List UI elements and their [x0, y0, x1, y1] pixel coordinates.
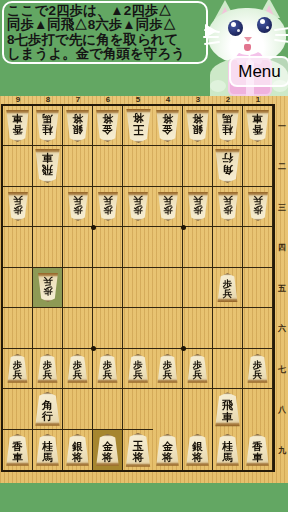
koma-sente-歩兵[interactable]: 歩兵	[247, 354, 269, 383]
rank-label-六: 六	[276, 323, 288, 334]
board-square-3五[interactable]	[183, 268, 213, 308]
board-square-5二[interactable]	[123, 146, 153, 186]
board-square-1九[interactable]: 香車	[243, 430, 273, 470]
board-square-9五[interactable]	[3, 268, 33, 308]
koma-gote-飛車[interactable]: 飛車	[34, 149, 61, 183]
board-square-4二[interactable]	[153, 146, 183, 186]
koma-sente-香車[interactable]: 香車	[245, 434, 270, 466]
board-square-8二[interactable]: 飛車	[33, 146, 63, 186]
hint-line: しまうよ。金で角頭を守ろう	[7, 47, 206, 61]
koma-gote-金将[interactable]: 金将	[95, 110, 120, 142]
board-square-2五[interactable]: 歩兵	[213, 268, 243, 308]
cat-nose-icon	[244, 37, 252, 42]
board-square-6三[interactable]: 歩兵	[93, 187, 123, 227]
koma-sente-歩兵[interactable]: 歩兵	[97, 354, 119, 383]
koma-sente-歩兵[interactable]: 歩兵	[7, 354, 29, 383]
star-point	[91, 225, 96, 230]
file-label-3: 3	[183, 96, 213, 104]
board-square-5八[interactable]	[123, 389, 153, 429]
koma-gote-歩兵[interactable]: 歩兵	[7, 192, 29, 221]
koma-gote-銀将[interactable]: 銀将	[65, 110, 90, 142]
koma-sente-玉将[interactable]: 玉将	[125, 433, 152, 467]
board-square-8五[interactable]: 歩兵	[33, 268, 63, 308]
board-square-2四[interactable]	[213, 227, 243, 267]
board-square-3三[interactable]: 歩兵	[183, 187, 213, 227]
board-square-4四[interactable]	[153, 227, 183, 267]
board-square-6二[interactable]	[93, 146, 123, 186]
board-square-2二[interactable]: 角行	[213, 146, 243, 186]
hint-line: ここで2四歩は、▲2四歩△	[7, 4, 206, 18]
board-square-7七[interactable]: 歩兵	[63, 349, 93, 389]
board-square-3四[interactable]	[183, 227, 213, 267]
koma-sente-歩兵[interactable]: 歩兵	[157, 354, 179, 383]
rank-label-一: 一	[276, 121, 288, 132]
hint-line: 8七歩打で先に角を取られて	[7, 33, 206, 47]
board-square-6一[interactable]: 金将	[93, 106, 123, 146]
board-square-4六[interactable]	[153, 308, 183, 348]
board-square-1七[interactable]: 歩兵	[243, 349, 273, 389]
board-square-9一[interactable]: 香車	[3, 106, 33, 146]
board-square-7八[interactable]	[63, 389, 93, 429]
koma-sente-歩兵[interactable]: 歩兵	[127, 354, 149, 383]
koma-sente-銀将[interactable]: 銀将	[65, 434, 90, 466]
koma-gote-歩兵[interactable]: 歩兵	[127, 192, 149, 221]
board-square-3八[interactable]	[183, 389, 213, 429]
board-square-5五[interactable]	[123, 268, 153, 308]
board-square-8六[interactable]	[33, 308, 63, 348]
file-label-9: 9	[3, 96, 33, 104]
koma-gote-王将[interactable]: 王将	[125, 109, 152, 143]
board-square-6七[interactable]: 歩兵	[93, 349, 123, 389]
rank-label-五: 五	[276, 283, 288, 294]
shogi-board: 987654321 一二三四五六七八九 香車桂馬銀将金将王将金将銀将桂馬香車飛車…	[0, 96, 288, 483]
board-square-3六[interactable]	[183, 308, 213, 348]
board-square-6五[interactable]	[93, 268, 123, 308]
board-square-1一[interactable]: 香車	[243, 106, 273, 146]
board-square-8三[interactable]	[33, 187, 63, 227]
board-square-5一[interactable]: 王将	[123, 106, 153, 146]
board-square-6八[interactable]	[93, 389, 123, 429]
cat-eye-icon	[257, 17, 272, 33]
koma-gote-桂馬[interactable]: 桂馬	[215, 110, 240, 142]
koma-sente-桂馬[interactable]: 桂馬	[35, 434, 60, 466]
koma-gote-歩兵[interactable]: 歩兵	[247, 192, 269, 221]
board-square-4八[interactable]	[153, 389, 183, 429]
board-square-9七[interactable]: 歩兵	[3, 349, 33, 389]
cat-eye-icon	[228, 20, 243, 36]
board-square-7二[interactable]	[63, 146, 93, 186]
file-label-8: 8	[33, 96, 63, 104]
board-square-2三[interactable]: 歩兵	[213, 187, 243, 227]
speech-bubble-tail	[205, 24, 217, 38]
koma-gote-桂馬[interactable]: 桂馬	[35, 110, 60, 142]
koma-sente-金将[interactable]: 金将	[95, 434, 120, 466]
koma-sente-香車[interactable]: 香車	[5, 434, 30, 466]
board-square-7三[interactable]: 歩兵	[63, 187, 93, 227]
board-square-4七[interactable]: 歩兵	[153, 349, 183, 389]
board-square-4三[interactable]: 歩兵	[153, 187, 183, 227]
koma-sente-歩兵[interactable]: 歩兵	[217, 273, 239, 302]
koma-gote-歩兵[interactable]: 歩兵	[217, 192, 239, 221]
rank-label-八: 八	[276, 404, 288, 415]
koma-gote-歩兵[interactable]: 歩兵	[187, 192, 209, 221]
koma-gote-香車[interactable]: 香車	[5, 110, 30, 142]
board-square-1二[interactable]	[243, 146, 273, 186]
hint-speech-bubble: ここで2四歩は、▲2四歩△ 同歩▲同飛△8六歩▲同歩△ 8七歩打で先に角を取られ…	[2, 1, 208, 64]
star-point	[181, 346, 186, 351]
board-square-6六[interactable]	[93, 308, 123, 348]
rank-label-七: 七	[276, 364, 288, 375]
board-square-7六[interactable]	[63, 308, 93, 348]
koma-gote-歩兵[interactable]: 歩兵	[67, 192, 89, 221]
board-square-1四[interactable]	[243, 227, 273, 267]
board-square-7一[interactable]: 銀将	[63, 106, 93, 146]
rank-label-三: 三	[276, 202, 288, 213]
board-square-9二[interactable]	[3, 146, 33, 186]
koma-sente-桂馬[interactable]: 桂馬	[215, 434, 240, 466]
koma-sente-歩兵[interactable]: 歩兵	[187, 354, 209, 383]
file-label-1: 1	[243, 96, 273, 104]
board-square-8四[interactable]	[33, 227, 63, 267]
board-square-7四[interactable]	[63, 227, 93, 267]
koma-gote-歩兵[interactable]: 歩兵	[157, 192, 179, 221]
board-square-5九[interactable]: 玉将	[123, 430, 153, 470]
board-grid: 香車桂馬銀将金将王将金将銀将桂馬香車飛車角行歩兵歩兵歩兵歩兵歩兵歩兵歩兵歩兵歩兵…	[1, 104, 275, 472]
koma-gote-角行[interactable]: 角行	[214, 149, 241, 183]
cat-mouth-icon	[244, 44, 251, 51]
menu-button[interactable]: Menu	[229, 56, 288, 87]
board-square-7五[interactable]	[63, 268, 93, 308]
board-square-4五[interactable]	[153, 268, 183, 308]
file-label-5: 5	[123, 96, 153, 104]
board-square-8一[interactable]: 桂馬	[33, 106, 63, 146]
koma-sente-歩兵[interactable]: 歩兵	[37, 354, 59, 383]
cat-paw-icon	[210, 80, 226, 92]
board-square-4九[interactable]: 金将	[153, 430, 183, 470]
board-square-9六[interactable]	[3, 308, 33, 348]
koma-sente-銀将[interactable]: 銀将	[185, 434, 210, 466]
file-labels: 987654321	[0, 96, 288, 104]
koma-sente-歩兵[interactable]: 歩兵	[67, 354, 89, 383]
star-point	[91, 346, 96, 351]
board-square-1五[interactable]	[243, 268, 273, 308]
board-square-7九[interactable]: 銀将	[63, 430, 93, 470]
koma-gote-歩兵[interactable]: 歩兵	[97, 192, 119, 221]
file-label-6: 6	[93, 96, 123, 104]
hint-line: 同歩▲同飛△8六歩▲同歩△	[7, 18, 206, 32]
board-square-3九[interactable]: 銀将	[183, 430, 213, 470]
koma-gote-銀将[interactable]: 銀将	[185, 110, 210, 142]
koma-gote-香車[interactable]: 香車	[245, 110, 270, 142]
board-square-8九[interactable]: 桂馬	[33, 430, 63, 470]
rank-label-二: 二	[276, 161, 288, 172]
board-square-6四[interactable]	[93, 227, 123, 267]
file-label-7: 7	[63, 96, 93, 104]
board-square-5四[interactable]	[123, 227, 153, 267]
board-square-5六[interactable]	[123, 308, 153, 348]
cat-whisker-icon	[275, 34, 288, 36]
rank-label-九: 九	[276, 445, 288, 456]
board-square-2九[interactable]: 桂馬	[213, 430, 243, 470]
board-square-6九[interactable]: 金将	[93, 430, 123, 470]
board-square-2六[interactable]	[213, 308, 243, 348]
board-square-2七[interactable]	[213, 349, 243, 389]
file-label-4: 4	[153, 96, 183, 104]
board-square-9三[interactable]: 歩兵	[3, 187, 33, 227]
board-square-5三[interactable]: 歩兵	[123, 187, 153, 227]
board-square-2一[interactable]: 桂馬	[213, 106, 243, 146]
board-square-1八[interactable]	[243, 389, 273, 429]
board-square-3二[interactable]	[183, 146, 213, 186]
board-square-3七[interactable]: 歩兵	[183, 349, 213, 389]
koma-sente-角行[interactable]: 角行	[34, 392, 61, 426]
file-label-2: 2	[213, 96, 243, 104]
board-square-8七[interactable]: 歩兵	[33, 349, 63, 389]
koma-sente-飛車[interactable]: 飛車	[214, 392, 241, 426]
koma-gote-歩兵[interactable]: 歩兵	[37, 273, 59, 302]
rank-label-四: 四	[276, 242, 288, 253]
board-square-9八[interactable]	[3, 389, 33, 429]
board-square-5七[interactable]: 歩兵	[123, 349, 153, 389]
board-square-3一[interactable]: 銀将	[183, 106, 213, 146]
star-point	[181, 225, 186, 230]
board-square-4一[interactable]: 金将	[153, 106, 183, 146]
koma-sente-金将[interactable]: 金将	[155, 434, 180, 466]
board-square-2八[interactable]: 飛車	[213, 389, 243, 429]
board-square-1三[interactable]: 歩兵	[243, 187, 273, 227]
board-square-8八[interactable]: 角行	[33, 389, 63, 429]
board-square-1六[interactable]	[243, 308, 273, 348]
koma-gote-金将[interactable]: 金将	[155, 110, 180, 142]
board-square-9九[interactable]: 香車	[3, 430, 33, 470]
board-square-9四[interactable]	[3, 227, 33, 267]
